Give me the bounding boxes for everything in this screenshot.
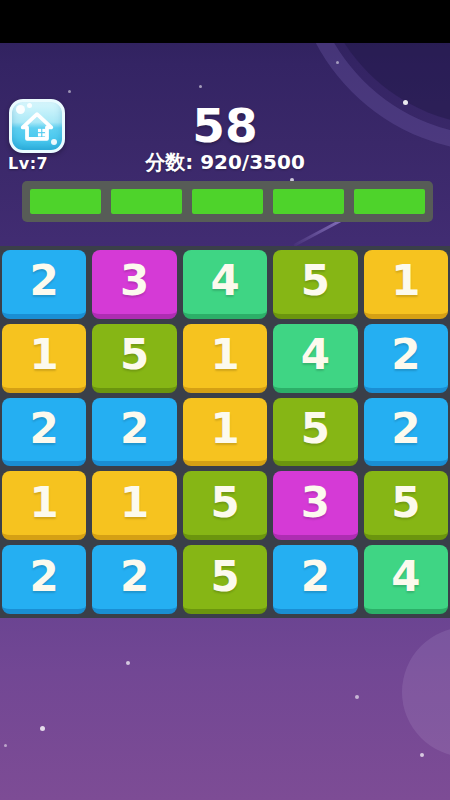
score-label: 分数:: [145, 150, 193, 174]
tile-r1c5[interactable]: 1: [364, 250, 448, 319]
tile-r4c3[interactable]: 5: [183, 471, 267, 540]
tile-r2c5[interactable]: 2: [364, 324, 448, 393]
tile-r3c4[interactable]: 5: [273, 398, 357, 467]
status-bar: [0, 0, 450, 43]
tile-r2c3[interactable]: 1: [183, 324, 267, 393]
tile-r4c2[interactable]: 1: [92, 471, 176, 540]
star: [355, 695, 359, 699]
star: [126, 661, 130, 665]
tile-r2c4[interactable]: 4: [273, 324, 357, 393]
progress-segment: [354, 189, 425, 214]
tile-r1c3[interactable]: 4: [183, 250, 267, 319]
tile-r5c1[interactable]: 2: [2, 545, 86, 614]
tile-r3c2[interactable]: 2: [92, 398, 176, 467]
tile-r4c4[interactable]: 3: [273, 471, 357, 540]
tile-r5c4[interactable]: 2: [273, 545, 357, 614]
score-progress-bar: [22, 181, 433, 222]
tile-r5c2[interactable]: 2: [92, 545, 176, 614]
star: [199, 85, 202, 88]
tile-r1c2[interactable]: 3: [92, 250, 176, 319]
progress-segment: [192, 189, 263, 214]
star: [4, 744, 7, 747]
star: [68, 90, 71, 93]
tile-r5c5[interactable]: 4: [364, 545, 448, 614]
score-text: 分数: 920/3500: [0, 149, 450, 176]
tile-r1c4[interactable]: 5: [273, 250, 357, 319]
tile-r1c1[interactable]: 2: [2, 250, 86, 319]
planet-bottom-right: [402, 627, 450, 757]
tile-r3c5[interactable]: 2: [364, 398, 448, 467]
tile-r4c1[interactable]: 1: [2, 471, 86, 540]
tile-r4c5[interactable]: 5: [364, 471, 448, 540]
tile-r5c3[interactable]: 5: [183, 545, 267, 614]
star: [420, 753, 424, 757]
timer-countdown: 58: [0, 98, 450, 153]
tile-r2c2[interactable]: 5: [92, 324, 176, 393]
progress-segment: [273, 189, 344, 214]
star: [336, 61, 339, 64]
tile-r3c1[interactable]: 2: [2, 398, 86, 467]
progress-segment: [111, 189, 182, 214]
tile-r2c1[interactable]: 1: [2, 324, 86, 393]
star: [40, 726, 45, 731]
score-value: 920/3500: [200, 150, 305, 174]
tile-r3c3[interactable]: 1: [183, 398, 267, 467]
progress-segment: [30, 189, 101, 214]
tile-grid: 2345115142221521153522524: [0, 246, 450, 618]
game-screen: Lv:7 58 分数: 920/3500 2345115142221521153…: [0, 0, 450, 800]
